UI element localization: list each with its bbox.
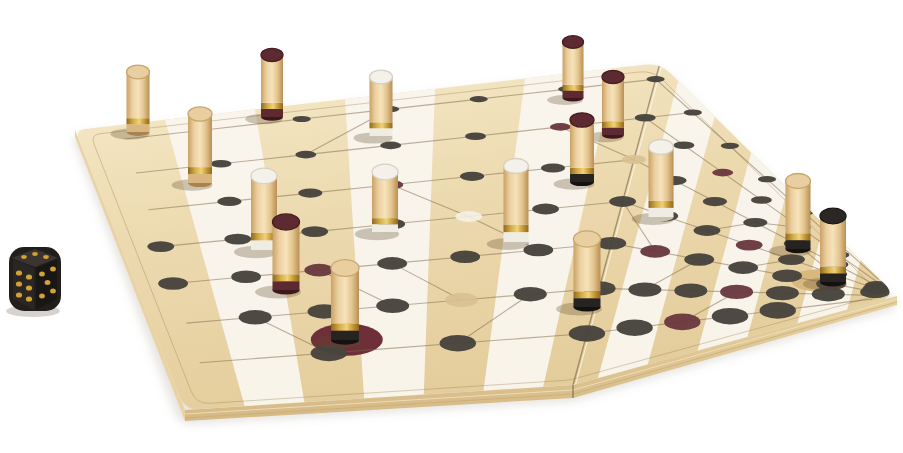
die-pip xyxy=(21,255,27,259)
peg-top-natural xyxy=(574,231,601,247)
die-pip xyxy=(45,280,51,285)
board-dot xyxy=(635,114,656,122)
board-dot xyxy=(470,96,488,102)
board-dot xyxy=(514,287,547,301)
board-dot xyxy=(720,285,753,299)
peg-top-natural xyxy=(786,174,811,189)
board-dot xyxy=(569,325,605,342)
peg-top-natural xyxy=(188,107,212,121)
board-dot xyxy=(640,245,670,258)
peg-top-natural xyxy=(127,65,150,79)
peg-top-white xyxy=(251,168,277,184)
scene xyxy=(0,0,903,453)
board-dot xyxy=(147,241,174,252)
board-dot xyxy=(616,319,652,336)
die-pip xyxy=(39,294,45,299)
board-dot xyxy=(751,196,772,204)
board-dot xyxy=(728,261,758,274)
board-dot xyxy=(673,141,694,149)
board-dot xyxy=(532,204,559,215)
board-dot xyxy=(217,197,241,206)
die-pip xyxy=(26,285,32,290)
board-dot xyxy=(684,253,714,266)
board-dot xyxy=(758,176,776,182)
peg-top-white xyxy=(649,140,674,155)
board-dot xyxy=(772,269,802,282)
board-dot xyxy=(376,299,409,313)
peg-top-white xyxy=(372,164,398,180)
board-dot xyxy=(712,308,748,325)
board-dot xyxy=(721,143,739,149)
board-dot xyxy=(158,277,188,290)
board-dot xyxy=(455,211,482,222)
board-dot xyxy=(609,196,636,207)
die-pip xyxy=(39,272,45,277)
board-dot xyxy=(460,172,484,181)
board-dot xyxy=(298,189,322,198)
board-dot xyxy=(622,155,646,164)
board-dot xyxy=(440,335,476,352)
die-pip xyxy=(32,252,38,256)
die-pip xyxy=(50,267,56,272)
die-pip xyxy=(16,292,22,297)
die-pip xyxy=(43,255,49,259)
die-pip xyxy=(26,274,32,279)
board-dot xyxy=(465,132,486,140)
peg-top-white xyxy=(504,159,529,174)
board-dot xyxy=(295,151,316,159)
die-pip xyxy=(16,281,22,286)
die-pip xyxy=(16,270,22,275)
board-dot xyxy=(664,314,700,331)
board-dot xyxy=(684,109,702,115)
board-dot xyxy=(647,76,665,82)
board-dot xyxy=(703,197,727,206)
board-dot xyxy=(766,286,799,300)
die-pip xyxy=(50,289,56,294)
board-dot xyxy=(628,282,661,296)
board-dot xyxy=(231,271,261,284)
peg-top-maroon xyxy=(563,36,584,49)
board-dot xyxy=(674,284,707,298)
board-dot xyxy=(445,293,478,307)
board-dot xyxy=(736,240,763,251)
board-dot xyxy=(760,302,796,319)
peg-top-maroon xyxy=(273,214,300,230)
die[interactable] xyxy=(6,247,61,317)
peg-top-black xyxy=(820,208,846,224)
board-dot xyxy=(224,234,251,245)
board-dot xyxy=(450,250,480,263)
peg-top-natural xyxy=(331,260,359,277)
peg-top-maroon xyxy=(261,48,283,61)
board-dot xyxy=(304,264,334,277)
board-dot xyxy=(550,123,571,131)
peg-top-maroon xyxy=(570,113,594,127)
board-dot xyxy=(377,257,407,270)
peg-top-white xyxy=(370,70,393,84)
peg-top-maroon xyxy=(602,70,624,83)
board-dot xyxy=(865,281,889,290)
board-dot xyxy=(380,142,401,150)
die-pip xyxy=(26,296,32,301)
board-dot xyxy=(712,169,733,177)
board-dot xyxy=(743,218,767,227)
board-dot xyxy=(301,226,328,237)
photo-canvas xyxy=(0,0,903,453)
board-dot xyxy=(211,160,232,168)
board-dot xyxy=(293,116,311,122)
board-dot xyxy=(239,310,272,324)
board-dot xyxy=(541,163,565,172)
board-dot xyxy=(694,225,721,236)
